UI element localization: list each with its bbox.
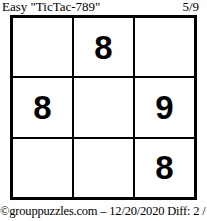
cell-r2c2[interactable]	[74, 78, 133, 136]
cell-r1c1[interactable]	[13, 18, 72, 76]
cell-r1c3[interactable]	[135, 18, 194, 76]
copyright-footer: ©grouppuzzles.com – 12/20/2020 Diff: 2 /…	[0, 204, 207, 220]
tictac-board: 8 8 9 8	[10, 15, 197, 200]
puzzle-title: Easy "TicTac-789"	[2, 0, 100, 14]
cell-r3c3[interactable]: 8	[135, 139, 194, 197]
page-indicator: 5/9	[182, 0, 205, 14]
cell-r3c1[interactable]	[13, 139, 72, 197]
cell-r2c3[interactable]: 9	[135, 78, 194, 136]
header: Easy "TicTac-789" 5/9	[2, 0, 205, 14]
cell-r2c1[interactable]: 8	[13, 78, 72, 136]
cell-r1c2[interactable]: 8	[74, 18, 133, 76]
cell-r3c2[interactable]	[74, 139, 133, 197]
